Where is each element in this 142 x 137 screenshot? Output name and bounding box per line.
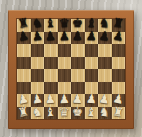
table-surface: ♜♞♝♛♚♝♞♜♟♟♟♟♟♟♟♟♟♟♟♟♟♟♟♟♜♞♝♛♚♝♞♜: [0, 0, 142, 137]
white-pawn-piece: ♟: [59, 93, 70, 105]
square-e1[interactable]: ♚: [71, 107, 85, 120]
white-knight-piece: ♞: [31, 105, 43, 118]
black-king-piece: ♚: [72, 17, 83, 29]
square-h7[interactable]: ♟: [112, 32, 126, 45]
square-b5[interactable]: [31, 57, 45, 70]
square-b3[interactable]: [31, 82, 45, 95]
square-f1[interactable]: ♝: [85, 107, 99, 120]
square-d4[interactable]: [58, 69, 72, 82]
square-g2[interactable]: ♟: [98, 94, 112, 107]
white-knight-piece: ♞: [99, 105, 111, 118]
square-e7[interactable]: ♟: [71, 32, 85, 45]
black-pawn-piece: ♟: [112, 29, 125, 43]
square-h3[interactable]: [112, 82, 126, 95]
black-bishop-piece: ♝: [85, 17, 97, 30]
black-rook-piece: ♜: [17, 16, 30, 30]
square-f8[interactable]: ♝: [85, 19, 99, 32]
square-f3[interactable]: [85, 82, 99, 95]
white-pawn-piece: ♟: [85, 93, 97, 106]
square-f2[interactable]: ♟: [85, 94, 99, 107]
black-knight-piece: ♞: [31, 17, 43, 30]
square-b8[interactable]: ♞: [31, 19, 45, 32]
square-c3[interactable]: [44, 82, 58, 95]
square-e8[interactable]: ♚: [71, 19, 85, 32]
square-g3[interactable]: [98, 82, 112, 95]
square-e5[interactable]: [71, 57, 85, 70]
black-pawn-piece: ♟: [31, 29, 43, 42]
white-queen-piece: ♛: [59, 106, 70, 118]
white-rook-piece: ♜: [112, 105, 125, 119]
square-f4[interactable]: [85, 69, 99, 82]
black-bishop-piece: ♝: [45, 17, 57, 30]
square-b7[interactable]: ♟: [31, 32, 45, 45]
square-c5[interactable]: [44, 57, 58, 70]
white-pawn-piece: ♟: [112, 92, 125, 106]
square-d7[interactable]: ♟: [58, 32, 72, 45]
square-c6[interactable]: [44, 44, 58, 57]
square-a3[interactable]: [17, 82, 31, 95]
square-e6[interactable]: [71, 44, 85, 57]
square-a6[interactable]: [17, 44, 31, 57]
square-b6[interactable]: [31, 44, 45, 57]
square-c1[interactable]: ♝: [44, 107, 58, 120]
square-d3[interactable]: [58, 82, 72, 95]
white-pawn-piece: ♟: [99, 93, 111, 106]
square-g1[interactable]: ♞: [98, 107, 112, 120]
white-pawn-piece: ♟: [31, 93, 43, 106]
square-d1[interactable]: ♛: [58, 107, 72, 120]
black-pawn-piece: ♟: [17, 29, 30, 43]
square-d8[interactable]: ♛: [58, 19, 72, 32]
square-c4[interactable]: [44, 69, 58, 82]
square-g6[interactable]: [98, 44, 112, 57]
white-bishop-piece: ♝: [85, 105, 97, 118]
square-b2[interactable]: ♟: [31, 94, 45, 107]
square-a4[interactable]: [17, 69, 31, 82]
white-pawn-piece: ♟: [45, 93, 57, 106]
black-pawn-piece: ♟: [72, 30, 83, 42]
square-a5[interactable]: [17, 57, 31, 70]
square-d6[interactable]: [58, 44, 72, 57]
square-e3[interactable]: [71, 82, 85, 95]
square-h5[interactable]: [112, 57, 126, 70]
square-c8[interactable]: ♝: [44, 19, 58, 32]
square-h1[interactable]: ♜: [112, 107, 126, 120]
white-pawn-piece: ♟: [72, 93, 83, 105]
square-c7[interactable]: ♟: [44, 32, 58, 45]
black-queen-piece: ♛: [59, 17, 70, 29]
black-pawn-piece: ♟: [85, 29, 97, 42]
square-d2[interactable]: ♟: [58, 94, 72, 107]
square-a8[interactable]: ♜: [17, 19, 31, 32]
square-h2[interactable]: ♟: [112, 94, 126, 107]
square-e4[interactable]: [71, 69, 85, 82]
square-f6[interactable]: [85, 44, 99, 57]
square-f7[interactable]: ♟: [85, 32, 99, 45]
board-frame: ♜♞♝♛♚♝♞♜♟♟♟♟♟♟♟♟♟♟♟♟♟♟♟♟♜♞♝♛♚♝♞♜: [8, 10, 134, 129]
square-a1[interactable]: ♜: [17, 107, 31, 120]
white-king-piece: ♚: [72, 106, 83, 118]
black-knight-piece: ♞: [99, 17, 111, 30]
square-g7[interactable]: ♟: [98, 32, 112, 45]
square-g8[interactable]: ♞: [98, 19, 112, 32]
square-a7[interactable]: ♟: [17, 32, 31, 45]
square-e2[interactable]: ♟: [71, 94, 85, 107]
square-a2[interactable]: ♟: [17, 94, 31, 107]
square-c2[interactable]: ♟: [44, 94, 58, 107]
square-d5[interactable]: [58, 57, 72, 70]
square-g4[interactable]: [98, 69, 112, 82]
square-h8[interactable]: ♜: [112, 19, 126, 32]
square-h6[interactable]: [112, 44, 126, 57]
black-rook-piece: ♜: [112, 16, 125, 30]
square-b4[interactable]: [31, 69, 45, 82]
square-f5[interactable]: [85, 57, 99, 70]
white-bishop-piece: ♝: [45, 105, 57, 118]
black-pawn-piece: ♟: [99, 29, 111, 42]
square-b1[interactable]: ♞: [31, 107, 45, 120]
black-pawn-piece: ♟: [45, 29, 57, 42]
white-pawn-piece: ♟: [17, 92, 30, 106]
square-g5[interactable]: [98, 57, 112, 70]
square-h4[interactable]: [112, 69, 126, 82]
black-pawn-piece: ♟: [59, 30, 70, 42]
chessboard: ♜♞♝♛♚♝♞♜♟♟♟♟♟♟♟♟♟♟♟♟♟♟♟♟♜♞♝♛♚♝♞♜: [17, 19, 125, 119]
white-rook-piece: ♜: [17, 105, 30, 119]
